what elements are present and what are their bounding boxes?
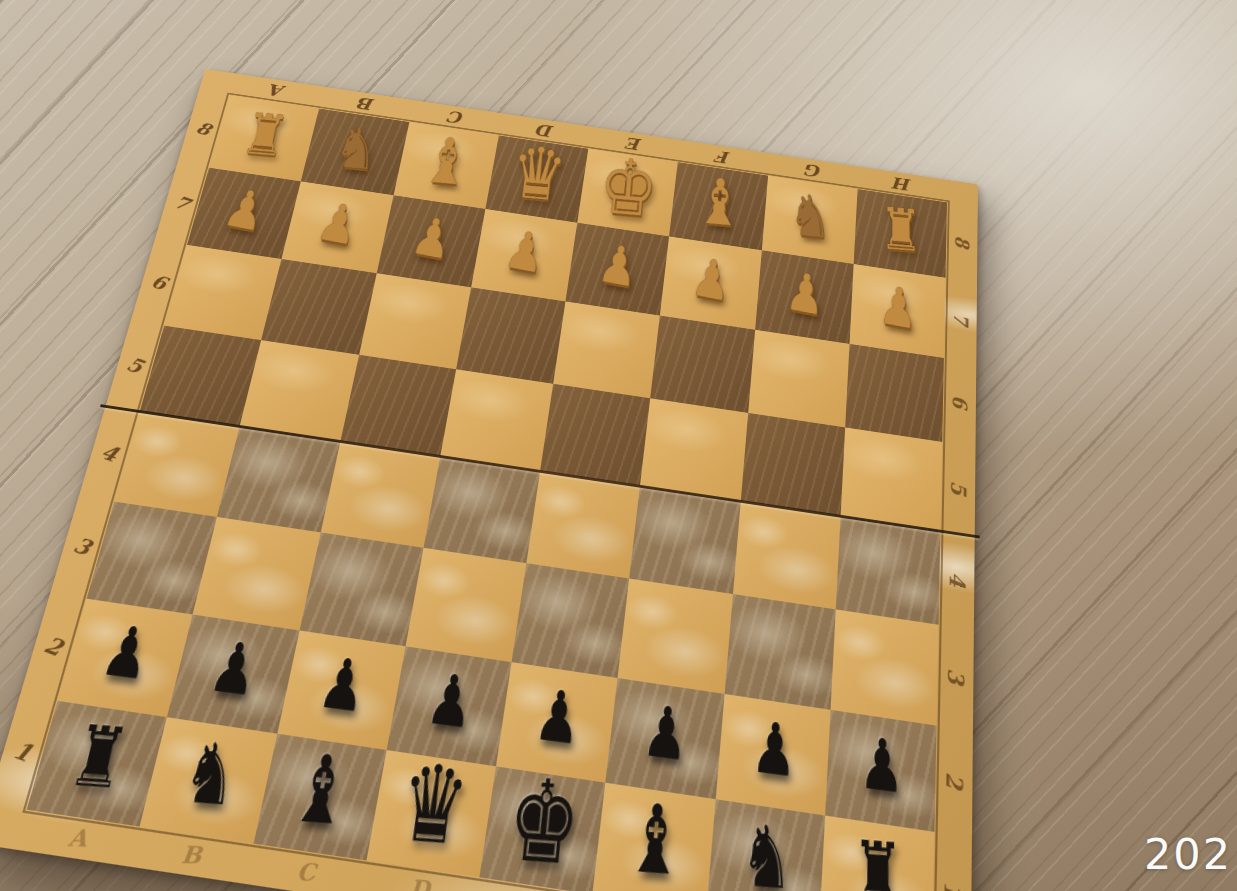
square-g7[interactable]: ♟ [755,250,854,343]
square-g8[interactable]: ♞ [761,176,857,265]
square-g5[interactable] [740,413,845,516]
piece-black-pawn[interactable]: ♟ [205,632,265,707]
square-b8[interactable]: ♞ [301,109,409,196]
piece-white-queen[interactable]: ♛ [506,137,569,213]
square-f8[interactable]: ♝ [669,162,767,250]
square-d5[interactable] [440,369,553,471]
piece-white-bishop[interactable]: ♝ [694,169,745,236]
chess-board: ABCDEFGH8♜♞♝♛♚♝♞♜87♟♟♟♟♟♟♟♟7665544332♟♟♟… [0,69,978,891]
square-d6[interactable] [456,287,566,384]
photo-wooden-chess-set: { "game": { "name": "chess", "descriptio… [0,0,1237,891]
square-b7[interactable]: ♟ [282,182,393,273]
square-c3[interactable] [299,533,423,646]
piece-black-knight[interactable]: ♞ [739,813,794,891]
piece-black-knight[interactable]: ♞ [175,731,244,818]
piece-white-rook[interactable]: ♜ [238,105,293,164]
piece-white-pawn[interactable]: ♟ [783,263,827,323]
square-g6[interactable] [748,329,850,427]
square-c5[interactable] [340,354,456,455]
square-c2[interactable]: ♟ [277,630,406,750]
piece-black-bishop[interactable]: ♝ [284,742,358,840]
piece-white-pawn[interactable]: ♟ [501,222,550,281]
square-g3[interactable] [724,594,835,709]
piece-white-pawn[interactable]: ♟ [595,236,642,296]
square-b6[interactable] [261,259,376,355]
square-b3[interactable] [193,517,320,630]
piece-white-bishop[interactable]: ♝ [418,128,476,195]
square-e3[interactable] [512,563,630,677]
piece-black-pawn[interactable]: ♟ [640,695,691,771]
piece-black-pawn[interactable]: ♟ [531,679,584,755]
square-e5[interactable] [540,384,650,486]
file-label-bottom-a: A [16,816,139,861]
piece-black-queen[interactable]: ♛ [392,751,473,863]
file-label-bottom-c: C [245,849,365,891]
square-a8[interactable]: ♜ [209,95,319,181]
square-c1[interactable]: ♝ [253,733,386,860]
square-d7[interactable]: ♟ [471,209,577,301]
board-grid: ABCDEFGH8♜♞♝♛♚♝♞♜87♟♟♟♟♟♟♟♟7665544332♟♟♟… [0,69,978,891]
square-f2[interactable]: ♟ [606,677,724,798]
file-label-bottom-b: B [131,833,252,878]
piece-white-pawn[interactable]: ♟ [219,180,273,239]
piece-black-pawn[interactable]: ♟ [96,616,159,691]
piece-white-knight[interactable]: ♞ [788,186,832,247]
square-e1[interactable]: ♚ [479,766,605,891]
piece-white-king[interactable]: ♚ [596,148,660,229]
watermark-text: 202 [1144,829,1232,879]
square-b5[interactable] [240,340,359,441]
chess-board-scene: ABCDEFGH8♜♞♝♛♚♝♞♜87♟♟♟♟♟♟♟♟7665544332♟♟♟… [0,69,978,891]
square-c6[interactable] [359,273,471,369]
square-f4[interactable] [629,486,740,594]
square-g4[interactable] [732,501,840,610]
square-g1[interactable]: ♞ [706,799,825,891]
square-b4[interactable] [217,426,340,533]
piece-black-pawn[interactable]: ♟ [749,711,798,788]
square-f5[interactable] [640,398,747,501]
square-c4[interactable] [320,441,440,548]
square-g2[interactable]: ♟ [715,693,830,815]
piece-white-pawn[interactable]: ♟ [313,194,365,253]
square-c8[interactable]: ♝ [393,122,499,209]
piece-black-pawn[interactable]: ♟ [423,663,479,739]
piece-black-pawn[interactable]: ♟ [314,647,372,722]
piece-black-pawn[interactable]: ♟ [858,727,905,804]
square-f7[interactable]: ♟ [660,237,761,330]
square-e8[interactable]: ♚ [577,149,678,237]
square-d8[interactable]: ♛ [485,135,588,222]
piece-white-knight[interactable]: ♞ [329,119,383,178]
square-c7[interactable]: ♟ [376,195,485,287]
square-d4[interactable] [423,456,540,563]
square-d1[interactable]: ♛ [366,750,496,878]
square-f1[interactable]: ♝ [593,782,716,891]
piece-white-pawn[interactable]: ♟ [689,249,734,309]
piece-white-pawn[interactable]: ♟ [407,208,457,267]
square-e4[interactable] [526,471,640,579]
file-label-bottom-d: D [360,866,478,891]
board-corner [947,180,978,207]
square-d3[interactable] [405,548,526,662]
piece-white-rook[interactable]: ♜ [880,199,923,260]
piece-black-king[interactable]: ♚ [503,764,585,883]
piece-black-rook[interactable]: ♜ [851,830,904,891]
rank-label-right-1: 1 [897,862,1007,891]
square-f6[interactable] [650,315,754,412]
piece-white-pawn[interactable]: ♟ [877,277,919,337]
piece-black-bishop[interactable]: ♝ [623,791,688,890]
square-e6[interactable] [553,301,660,398]
piece-black-rook[interactable]: ♜ [63,715,135,802]
square-f3[interactable] [618,579,733,694]
square-e7[interactable]: ♟ [566,223,670,315]
